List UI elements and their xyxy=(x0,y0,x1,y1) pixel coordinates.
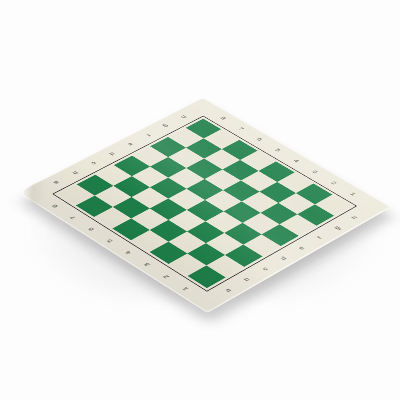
photo-canvas: abcdefgh abcdefgh 87654321 87654321 xyxy=(0,0,400,400)
